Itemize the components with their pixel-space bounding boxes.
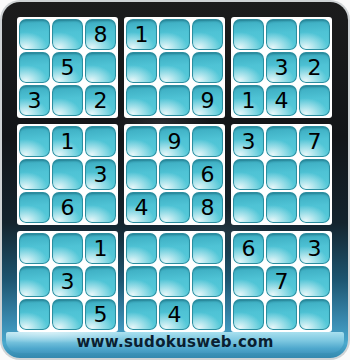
cell-r4c9[interactable]: 7: [299, 126, 330, 157]
cell-r9c1[interactable]: [19, 299, 50, 330]
box-4: 136: [17, 124, 118, 225]
cell-r6c5[interactable]: [159, 192, 190, 223]
cell-r1c7[interactable]: [233, 19, 264, 50]
cell-r2c7[interactable]: [233, 52, 264, 83]
cell-r7c1[interactable]: [19, 233, 50, 264]
cell-r3c1[interactable]: 3: [19, 85, 50, 116]
cell-r8c4[interactable]: [126, 266, 157, 297]
cell-r7c6[interactable]: [192, 233, 223, 264]
cell-r3c6[interactable]: 9: [192, 85, 223, 116]
cell-r6c3[interactable]: [85, 192, 116, 223]
cell-r5c7[interactable]: [233, 159, 264, 190]
cell-r2c5[interactable]: [159, 52, 190, 83]
cell-r1c5[interactable]: [159, 19, 190, 50]
box-3: 3214: [231, 17, 332, 118]
cell-r4c8[interactable]: [266, 126, 297, 157]
box-7: 135: [17, 231, 118, 332]
cell-r3c2[interactable]: [52, 85, 83, 116]
cell-r7c2[interactable]: [52, 233, 83, 264]
cell-r8c6[interactable]: [192, 266, 223, 297]
cell-r1c3[interactable]: 8: [85, 19, 116, 50]
cell-r5c3[interactable]: 3: [85, 159, 116, 190]
cell-r3c9[interactable]: [299, 85, 330, 116]
cell-r9c3[interactable]: 5: [85, 299, 116, 330]
cell-r2c2[interactable]: 5: [52, 52, 83, 83]
sudoku-board: 85321932141369648371354637: [17, 17, 332, 332]
cell-r7c8[interactable]: [266, 233, 297, 264]
cell-r6c9[interactable]: [299, 192, 330, 223]
cell-r3c3[interactable]: 2: [85, 85, 116, 116]
cell-r2c8[interactable]: 3: [266, 52, 297, 83]
cell-r6c8[interactable]: [266, 192, 297, 223]
cell-r8c5[interactable]: [159, 266, 190, 297]
cell-r8c8[interactable]: 7: [266, 266, 297, 297]
cell-r7c7[interactable]: 6: [233, 233, 264, 264]
box-9: 637: [231, 231, 332, 332]
cell-r5c8[interactable]: [266, 159, 297, 190]
cell-r8c1[interactable]: [19, 266, 50, 297]
cell-r7c3[interactable]: 1: [85, 233, 116, 264]
cell-r8c3[interactable]: [85, 266, 116, 297]
cell-r1c8[interactable]: [266, 19, 297, 50]
cell-r5c2[interactable]: [52, 159, 83, 190]
cell-r9c7[interactable]: [233, 299, 264, 330]
cell-r2c3[interactable]: [85, 52, 116, 83]
cell-r7c5[interactable]: [159, 233, 190, 264]
cell-r8c2[interactable]: 3: [52, 266, 83, 297]
cell-r6c4[interactable]: 4: [126, 192, 157, 223]
cell-r3c7[interactable]: 1: [233, 85, 264, 116]
cell-r9c5[interactable]: 4: [159, 299, 190, 330]
cell-r4c6[interactable]: [192, 126, 223, 157]
cell-r4c5[interactable]: 9: [159, 126, 190, 157]
cell-r7c9[interactable]: 3: [299, 233, 330, 264]
cell-r1c6[interactable]: [192, 19, 223, 50]
cell-r5c9[interactable]: [299, 159, 330, 190]
cell-r7c4[interactable]: [126, 233, 157, 264]
cell-r5c6[interactable]: 6: [192, 159, 223, 190]
board-frame: 85321932141369648371354637 www.sudokuswe…: [2, 2, 348, 358]
cell-r1c2[interactable]: [52, 19, 83, 50]
cell-r2c1[interactable]: [19, 52, 50, 83]
cell-r4c1[interactable]: [19, 126, 50, 157]
cell-r5c5[interactable]: [159, 159, 190, 190]
cell-r3c8[interactable]: 4: [266, 85, 297, 116]
box-8: 4: [124, 231, 225, 332]
cell-r2c9[interactable]: 2: [299, 52, 330, 83]
cell-r9c2[interactable]: [52, 299, 83, 330]
cell-r2c4[interactable]: [126, 52, 157, 83]
cell-r6c6[interactable]: 8: [192, 192, 223, 223]
cell-r5c4[interactable]: [126, 159, 157, 190]
cell-r3c4[interactable]: [126, 85, 157, 116]
cell-r4c3[interactable]: [85, 126, 116, 157]
cell-r5c1[interactable]: [19, 159, 50, 190]
cell-r1c1[interactable]: [19, 19, 50, 50]
cell-r6c7[interactable]: [233, 192, 264, 223]
cell-r9c8[interactable]: [266, 299, 297, 330]
cell-r4c7[interactable]: 3: [233, 126, 264, 157]
box-2: 19: [124, 17, 225, 118]
box-6: 37: [231, 124, 332, 225]
cell-r8c9[interactable]: [299, 266, 330, 297]
cell-r8c7[interactable]: [233, 266, 264, 297]
cell-r4c4[interactable]: [126, 126, 157, 157]
cell-r9c4[interactable]: [126, 299, 157, 330]
cell-r1c9[interactable]: [299, 19, 330, 50]
cell-r6c2[interactable]: 6: [52, 192, 83, 223]
box-5: 9648: [124, 124, 225, 225]
box-1: 8532: [17, 17, 118, 118]
cell-r9c9[interactable]: [299, 299, 330, 330]
cell-r9c6[interactable]: [192, 299, 223, 330]
cell-r4c2[interactable]: 1: [52, 126, 83, 157]
cell-r3c5[interactable]: [159, 85, 190, 116]
site-url: www.sudokusweb.com: [76, 333, 273, 351]
cell-r1c4[interactable]: 1: [126, 19, 157, 50]
cell-r6c1[interactable]: [19, 192, 50, 223]
footer-bar: www.sudokusweb.com: [6, 332, 344, 353]
cell-r2c6[interactable]: [192, 52, 223, 83]
